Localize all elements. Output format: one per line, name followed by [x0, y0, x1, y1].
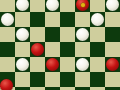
board-cell[interactable] [90, 87, 105, 90]
board-cell[interactable] [105, 42, 120, 57]
board-cell[interactable] [15, 72, 30, 87]
board-cell[interactable] [30, 27, 45, 42]
board-cell[interactable] [75, 72, 90, 87]
board-cell[interactable] [105, 72, 120, 87]
board-cell[interactable] [30, 57, 45, 72]
board-cell[interactable] [60, 72, 75, 87]
board-cell[interactable] [105, 27, 120, 42]
board-cell[interactable] [105, 12, 120, 27]
king-crown-icon [81, 3, 85, 7]
board-cell[interactable] [0, 27, 15, 42]
red-checker[interactable] [31, 43, 44, 56]
white-checker[interactable] [76, 58, 89, 71]
board-cell[interactable] [0, 0, 15, 12]
board-cell[interactable] [30, 87, 45, 90]
board-cell[interactable] [60, 12, 75, 27]
white-checker[interactable] [1, 13, 14, 26]
board-cell[interactable] [0, 57, 15, 72]
board-cell[interactable] [90, 27, 105, 42]
board-cell[interactable] [15, 87, 30, 90]
board-cell[interactable] [45, 27, 60, 42]
board-cell[interactable] [90, 42, 105, 57]
board-cell[interactable] [30, 0, 45, 12]
white-checker[interactable] [91, 13, 104, 26]
red-checker[interactable] [0, 79, 13, 90]
board-cell[interactable] [60, 87, 75, 90]
board-cell[interactable] [90, 57, 105, 72]
board-cell[interactable] [30, 12, 45, 27]
white-checker[interactable] [16, 58, 29, 71]
board-cell[interactable] [45, 12, 60, 27]
board-cell[interactable] [15, 42, 30, 57]
red-checker[interactable] [106, 58, 119, 71]
white-checker[interactable] [76, 28, 89, 41]
board-cell[interactable] [45, 72, 60, 87]
board-cell[interactable] [90, 72, 105, 87]
board-cell[interactable] [75, 42, 90, 57]
board-cell[interactable] [75, 12, 90, 27]
board-cell[interactable] [45, 87, 60, 90]
checkers-board-viewport [0, 0, 120, 90]
board-cell[interactable] [60, 57, 75, 72]
board-cell[interactable] [75, 87, 90, 90]
board-cell[interactable] [105, 87, 120, 90]
board [0, 0, 120, 90]
board-cell[interactable] [60, 27, 75, 42]
board-cell[interactable] [0, 42, 15, 57]
board-cell[interactable] [90, 0, 105, 12]
board-cell[interactable] [45, 42, 60, 57]
board-cell[interactable] [60, 42, 75, 57]
red-checker[interactable] [46, 58, 59, 71]
board-cell[interactable] [15, 12, 30, 27]
board-cell[interactable] [60, 0, 75, 12]
white-checker[interactable] [16, 28, 29, 41]
board-cell[interactable] [30, 72, 45, 87]
